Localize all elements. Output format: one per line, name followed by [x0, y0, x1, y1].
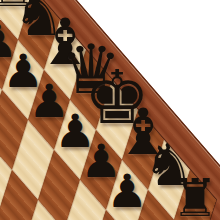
chess-set-photo: ♜♞♟♝♟♛♟♚♟♝♟♞♟♜	[0, 0, 220, 220]
chess-board	[0, 0, 220, 220]
board-squares	[0, 0, 216, 220]
